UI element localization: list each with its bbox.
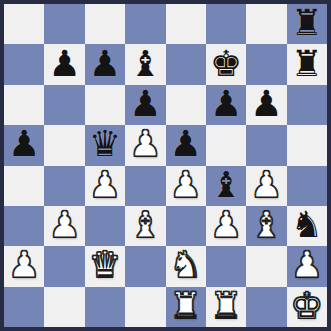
square-b1[interactable] <box>44 287 84 327</box>
square-g8[interactable] <box>246 4 286 44</box>
square-h8[interactable]: ♜ <box>287 4 327 44</box>
square-c1[interactable] <box>85 287 125 327</box>
square-b2[interactable] <box>44 246 84 286</box>
black-king-piece[interactable]: ♚ <box>210 46 242 82</box>
black-queen-piece[interactable]: ♛ <box>89 126 121 162</box>
square-c8[interactable] <box>85 4 125 44</box>
square-f4[interactable]: ♝ <box>206 166 246 206</box>
square-b7[interactable]: ♟ <box>44 44 84 84</box>
square-d4[interactable] <box>125 166 165 206</box>
white-queen-piece[interactable]: ♛ <box>89 247 121 283</box>
white-knight-piece[interactable]: ♞ <box>170 247 202 283</box>
square-b4[interactable] <box>44 166 84 206</box>
square-a5[interactable]: ♟ <box>4 125 44 165</box>
square-h2[interactable]: ♟ <box>287 246 327 286</box>
white-pawn-piece[interactable]: ♟ <box>170 167 202 203</box>
square-h3[interactable]: ♞ <box>287 206 327 246</box>
black-bishop-piece[interactable]: ♝ <box>129 46 161 82</box>
black-pawn-piece[interactable]: ♟ <box>48 46 80 82</box>
square-e6[interactable] <box>166 85 206 125</box>
square-a4[interactable] <box>4 166 44 206</box>
square-a3[interactable] <box>4 206 44 246</box>
square-e4[interactable]: ♟ <box>166 166 206 206</box>
white-pawn-piece[interactable]: ♟ <box>48 207 80 243</box>
square-d5[interactable]: ♟ <box>125 125 165 165</box>
white-pawn-piece[interactable]: ♟ <box>250 167 282 203</box>
square-f6[interactable]: ♟ <box>206 85 246 125</box>
black-rook-piece[interactable]: ♜ <box>291 46 323 82</box>
square-e8[interactable] <box>166 4 206 44</box>
square-c3[interactable] <box>85 206 125 246</box>
square-g6[interactable]: ♟ <box>246 85 286 125</box>
white-rook-piece[interactable]: ♜ <box>170 288 202 324</box>
black-pawn-piece[interactable]: ♟ <box>250 86 282 122</box>
square-c2[interactable]: ♛ <box>85 246 125 286</box>
black-pawn-piece[interactable]: ♟ <box>8 126 40 162</box>
square-f3[interactable]: ♟ <box>206 206 246 246</box>
square-g3[interactable]: ♝ <box>246 206 286 246</box>
square-g2[interactable] <box>246 246 286 286</box>
square-h5[interactable] <box>287 125 327 165</box>
square-h1[interactable]: ♚ <box>287 287 327 327</box>
square-f2[interactable] <box>206 246 246 286</box>
square-c4[interactable]: ♟ <box>85 166 125 206</box>
white-pawn-piece[interactable]: ♟ <box>8 247 40 283</box>
black-bishop-piece[interactable]: ♝ <box>210 167 242 203</box>
square-a2[interactable]: ♟ <box>4 246 44 286</box>
board-frame: ♜♟♟♝♚♜♟♟♟♟♛♟♟♟♟♝♟♟♝♟♝♞♟♛♞♟♜♜♚ <box>0 0 331 331</box>
square-h7[interactable]: ♜ <box>287 44 327 84</box>
square-a8[interactable] <box>4 4 44 44</box>
square-d8[interactable] <box>125 4 165 44</box>
white-rook-piece[interactable]: ♜ <box>210 288 242 324</box>
square-b5[interactable] <box>44 125 84 165</box>
square-c5[interactable]: ♛ <box>85 125 125 165</box>
square-d6[interactable]: ♟ <box>125 85 165 125</box>
white-pawn-piece[interactable]: ♟ <box>89 167 121 203</box>
chess-board: ♜♟♟♝♚♜♟♟♟♟♛♟♟♟♟♝♟♟♝♟♝♞♟♛♞♟♜♜♚ <box>4 4 327 327</box>
square-d7[interactable]: ♝ <box>125 44 165 84</box>
square-g5[interactable] <box>246 125 286 165</box>
square-f8[interactable] <box>206 4 246 44</box>
square-b6[interactable] <box>44 85 84 125</box>
white-pawn-piece[interactable]: ♟ <box>129 126 161 162</box>
black-knight-piece[interactable]: ♞ <box>291 207 323 243</box>
square-e5[interactable]: ♟ <box>166 125 206 165</box>
square-f7[interactable]: ♚ <box>206 44 246 84</box>
square-h6[interactable] <box>287 85 327 125</box>
white-bishop-piece[interactable]: ♝ <box>129 207 161 243</box>
white-pawn-piece[interactable]: ♟ <box>291 247 323 283</box>
square-d3[interactable]: ♝ <box>125 206 165 246</box>
square-h4[interactable] <box>287 166 327 206</box>
square-e1[interactable]: ♜ <box>166 287 206 327</box>
square-d1[interactable] <box>125 287 165 327</box>
square-g7[interactable] <box>246 44 286 84</box>
square-g4[interactable]: ♟ <box>246 166 286 206</box>
square-b3[interactable]: ♟ <box>44 206 84 246</box>
square-a6[interactable] <box>4 85 44 125</box>
white-king-piece[interactable]: ♚ <box>291 288 323 324</box>
square-c6[interactable] <box>85 85 125 125</box>
square-f1[interactable]: ♜ <box>206 287 246 327</box>
square-e3[interactable] <box>166 206 206 246</box>
black-pawn-piece[interactable]: ♟ <box>210 86 242 122</box>
white-pawn-piece[interactable]: ♟ <box>210 207 242 243</box>
black-pawn-piece[interactable]: ♟ <box>89 46 121 82</box>
white-bishop-piece[interactable]: ♝ <box>250 207 282 243</box>
black-rook-piece[interactable]: ♜ <box>291 5 323 41</box>
square-d2[interactable] <box>125 246 165 286</box>
square-e2[interactable]: ♞ <box>166 246 206 286</box>
square-c7[interactable]: ♟ <box>85 44 125 84</box>
square-e7[interactable] <box>166 44 206 84</box>
square-b8[interactable] <box>44 4 84 44</box>
square-a7[interactable] <box>4 44 44 84</box>
black-pawn-piece[interactable]: ♟ <box>170 126 202 162</box>
square-g1[interactable] <box>246 287 286 327</box>
square-f5[interactable] <box>206 125 246 165</box>
square-a1[interactable] <box>4 287 44 327</box>
black-pawn-piece[interactable]: ♟ <box>129 86 161 122</box>
